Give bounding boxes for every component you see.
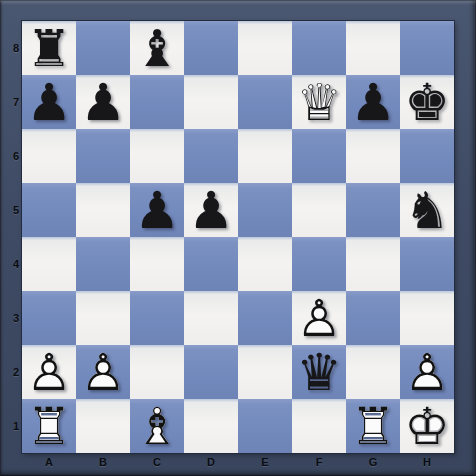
black-pawn-glyph: ♟ — [184, 183, 238, 237]
rank-label-4: 4 — [0, 237, 19, 291]
square-f1[interactable] — [292, 399, 346, 453]
square-d5[interactable]: ♟ — [184, 183, 238, 237]
file-label-d: D — [184, 453, 238, 476]
white-queen-outline-glyph: ♕ — [292, 75, 346, 129]
white-rook[interactable]: ♜♖ — [346, 399, 400, 453]
square-d1[interactable] — [184, 399, 238, 453]
square-e3[interactable] — [238, 291, 292, 345]
square-a4[interactable] — [22, 237, 76, 291]
white-queen[interactable]: ♛♕ — [292, 75, 346, 129]
square-a3[interactable] — [22, 291, 76, 345]
black-pawn-glyph: ♟ — [130, 183, 184, 237]
white-king[interactable]: ♚♔ — [400, 399, 454, 453]
black-pawn-glyph: ♟ — [22, 75, 76, 129]
rank-label-3: 3 — [0, 291, 19, 345]
white-king-outline-glyph: ♔ — [400, 399, 454, 453]
rank-label-1: 1 — [0, 399, 19, 453]
square-a8[interactable]: ♜ — [22, 21, 76, 75]
square-b7[interactable]: ♟ — [76, 75, 130, 129]
black-pawn[interactable]: ♟ — [346, 75, 400, 129]
black-pawn[interactable]: ♟ — [130, 183, 184, 237]
black-king[interactable]: ♚ — [400, 75, 454, 129]
rank-label-2: 2 — [0, 345, 19, 399]
square-e2[interactable] — [238, 345, 292, 399]
square-f6[interactable] — [292, 129, 346, 183]
white-rook-outline-glyph: ♖ — [22, 399, 76, 453]
file-label-c: C — [130, 453, 184, 476]
file-label-a: A — [22, 453, 76, 476]
black-queen-glyph: ♛ — [292, 345, 346, 399]
square-e5[interactable] — [238, 183, 292, 237]
square-c4[interactable] — [130, 237, 184, 291]
square-f4[interactable] — [292, 237, 346, 291]
black-queen[interactable]: ♛ — [292, 345, 346, 399]
square-b3[interactable] — [76, 291, 130, 345]
square-a1[interactable]: ♜♖ — [22, 399, 76, 453]
file-label-h: H — [400, 453, 454, 476]
square-g5[interactable] — [346, 183, 400, 237]
square-e8[interactable] — [238, 21, 292, 75]
square-h3[interactable] — [400, 291, 454, 345]
square-b8[interactable] — [76, 21, 130, 75]
square-h5[interactable]: ♞ — [400, 183, 454, 237]
square-a6[interactable] — [22, 129, 76, 183]
square-g4[interactable] — [346, 237, 400, 291]
white-pawn[interactable]: ♟♙ — [76, 345, 130, 399]
file-label-e: E — [238, 453, 292, 476]
square-g1[interactable]: ♜♖ — [346, 399, 400, 453]
square-f7[interactable]: ♛♕ — [292, 75, 346, 129]
white-rook-outline-glyph: ♖ — [346, 399, 400, 453]
white-pawn[interactable]: ♟♙ — [292, 291, 346, 345]
file-label-f: F — [292, 453, 346, 476]
square-a2[interactable]: ♟♙ — [22, 345, 76, 399]
square-d8[interactable] — [184, 21, 238, 75]
square-d6[interactable] — [184, 129, 238, 183]
square-c2[interactable] — [130, 345, 184, 399]
square-d2[interactable] — [184, 345, 238, 399]
black-pawn[interactable]: ♟ — [184, 183, 238, 237]
white-pawn-outline-glyph: ♙ — [292, 291, 346, 345]
square-b1[interactable] — [76, 399, 130, 453]
square-h7[interactable]: ♚ — [400, 75, 454, 129]
square-b4[interactable] — [76, 237, 130, 291]
square-f5[interactable] — [292, 183, 346, 237]
square-e7[interactable] — [238, 75, 292, 129]
black-bishop[interactable]: ♝ — [130, 21, 184, 75]
square-g8[interactable] — [346, 21, 400, 75]
square-h4[interactable] — [400, 237, 454, 291]
file-label-g: G — [346, 453, 400, 476]
black-bishop-glyph: ♝ — [130, 21, 184, 75]
square-d7[interactable] — [184, 75, 238, 129]
black-pawn[interactable]: ♟ — [76, 75, 130, 129]
white-pawn[interactable]: ♟♙ — [400, 345, 454, 399]
rank-label-5: 5 — [0, 183, 19, 237]
square-a7[interactable]: ♟ — [22, 75, 76, 129]
file-label-b: B — [76, 453, 130, 476]
rank-label-7: 7 — [0, 75, 19, 129]
rank-label-8: 8 — [0, 21, 19, 75]
white-bishop-outline-glyph: ♗ — [130, 399, 184, 453]
square-c7[interactable] — [130, 75, 184, 129]
white-pawn-outline-glyph: ♙ — [76, 345, 130, 399]
square-h1[interactable]: ♚♔ — [400, 399, 454, 453]
square-g6[interactable] — [346, 129, 400, 183]
black-knight[interactable]: ♞ — [400, 183, 454, 237]
square-e4[interactable] — [238, 237, 292, 291]
square-b6[interactable] — [76, 129, 130, 183]
white-pawn-outline-glyph: ♙ — [400, 345, 454, 399]
square-b5[interactable] — [76, 183, 130, 237]
square-d3[interactable] — [184, 291, 238, 345]
black-pawn-glyph: ♟ — [346, 75, 400, 129]
square-g7[interactable]: ♟ — [346, 75, 400, 129]
square-c5[interactable]: ♟ — [130, 183, 184, 237]
square-d4[interactable] — [184, 237, 238, 291]
black-pawn-glyph: ♟ — [76, 75, 130, 129]
square-h2[interactable]: ♟♙ — [400, 345, 454, 399]
square-f8[interactable] — [292, 21, 346, 75]
square-f2[interactable]: ♛ — [292, 345, 346, 399]
square-b2[interactable]: ♟♙ — [76, 345, 130, 399]
black-king-glyph: ♚ — [400, 75, 454, 129]
white-pawn-outline-glyph: ♙ — [22, 345, 76, 399]
white-bishop[interactable]: ♝♗ — [130, 399, 184, 453]
board-frame: ♜♝♟♟♛♕♟♚♟♟♞♟♙♟♙♟♙♛♟♙♜♖♝♗♜♖♚♔ 87654321 AB… — [0, 0, 476, 476]
chess-board: ♜♝♟♟♛♕♟♚♟♟♞♟♙♟♙♟♙♛♟♙♜♖♝♗♜♖♚♔ — [22, 21, 454, 453]
white-pawn[interactable]: ♟♙ — [22, 345, 76, 399]
black-rook[interactable]: ♜ — [22, 21, 76, 75]
square-a5[interactable] — [22, 183, 76, 237]
square-g3[interactable] — [346, 291, 400, 345]
square-e6[interactable] — [238, 129, 292, 183]
square-g2[interactable] — [346, 345, 400, 399]
black-knight-glyph: ♞ — [400, 183, 454, 237]
square-c6[interactable] — [130, 129, 184, 183]
square-h6[interactable] — [400, 129, 454, 183]
black-pawn[interactable]: ♟ — [22, 75, 76, 129]
square-c8[interactable]: ♝ — [130, 21, 184, 75]
rank-label-6: 6 — [0, 129, 19, 183]
square-e1[interactable] — [238, 399, 292, 453]
square-h8[interactable] — [400, 21, 454, 75]
square-c1[interactable]: ♝♗ — [130, 399, 184, 453]
square-f3[interactable]: ♟♙ — [292, 291, 346, 345]
white-rook[interactable]: ♜♖ — [22, 399, 76, 453]
square-c3[interactable] — [130, 291, 184, 345]
black-rook-glyph: ♜ — [22, 21, 76, 75]
